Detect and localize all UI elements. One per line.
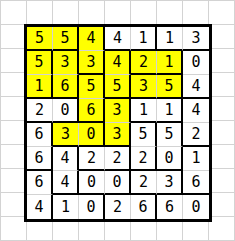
domino-puzzle-board: 5544113533421016553542063114630355264222… — [24, 24, 212, 222]
cell-r3c1[interactable]: 1 — [27, 75, 53, 99]
cell-r2c7[interactable]: 0 — [183, 51, 209, 75]
cell-r8c3[interactable]: 0 — [79, 195, 105, 219]
cell-r4c1[interactable]: 2 — [27, 99, 53, 123]
cell-r1c5[interactable]: 1 — [131, 27, 157, 51]
cell-r8c1[interactable]: 4 — [27, 195, 53, 219]
cell-r6c5[interactable]: 2 — [131, 147, 157, 171]
cell-r6c7[interactable]: 1 — [183, 147, 209, 171]
cell-r7c4[interactable]: 0 — [105, 171, 131, 195]
cell-r3c3[interactable]: 5 — [79, 75, 105, 99]
cell-r3c4[interactable]: 5 — [105, 75, 131, 99]
cell-r3c7[interactable]: 4 — [183, 75, 209, 99]
cell-r1c4[interactable]: 4 — [105, 27, 131, 51]
cell-r6c4[interactable]: 2 — [105, 147, 131, 171]
cell-r6c3[interactable]: 2 — [79, 147, 105, 171]
cell-r7c7[interactable]: 6 — [183, 171, 209, 195]
cell-r2c4[interactable]: 4 — [105, 51, 131, 75]
cell-r5c3[interactable]: 0 — [79, 123, 105, 147]
cell-r1c6[interactable]: 1 — [157, 27, 183, 51]
cell-r5c6[interactable]: 5 — [157, 123, 183, 147]
cell-r5c7[interactable]: 2 — [183, 123, 209, 147]
worksheet-background: 5544113533421016553542063114630355264222… — [0, 0, 235, 241]
cell-r2c3[interactable]: 3 — [79, 51, 105, 75]
cell-r6c6[interactable]: 0 — [157, 147, 183, 171]
cell-r7c2[interactable]: 4 — [53, 171, 79, 195]
cell-r2c1[interactable]: 5 — [27, 51, 53, 75]
cell-r8c5[interactable]: 6 — [131, 195, 157, 219]
cell-r8c7[interactable]: 0 — [183, 195, 209, 219]
cell-r7c6[interactable]: 3 — [157, 171, 183, 195]
cell-r1c7[interactable]: 3 — [183, 27, 209, 51]
cell-r1c2[interactable]: 5 — [53, 27, 79, 51]
cell-r4c7[interactable]: 4 — [183, 99, 209, 123]
cell-r2c6[interactable]: 1 — [157, 51, 183, 75]
cell-r8c4[interactable]: 2 — [105, 195, 131, 219]
cell-r8c6[interactable]: 6 — [157, 195, 183, 219]
cell-r7c1[interactable]: 6 — [27, 171, 53, 195]
cell-r1c3[interactable]: 4 — [79, 27, 105, 51]
cell-r7c5[interactable]: 2 — [131, 171, 157, 195]
cell-r3c5[interactable]: 3 — [131, 75, 157, 99]
cell-r1c1[interactable]: 5 — [27, 27, 53, 51]
cell-r2c2[interactable]: 3 — [53, 51, 79, 75]
cell-r5c1[interactable]: 6 — [27, 123, 53, 147]
cell-r4c6[interactable]: 1 — [157, 99, 183, 123]
cell-r6c1[interactable]: 6 — [27, 147, 53, 171]
cell-r4c4[interactable]: 3 — [105, 99, 131, 123]
cell-r3c6[interactable]: 5 — [157, 75, 183, 99]
cell-r5c5[interactable]: 5 — [131, 123, 157, 147]
cell-r2c5[interactable]: 2 — [131, 51, 157, 75]
cell-r6c2[interactable]: 4 — [53, 147, 79, 171]
cell-r3c2[interactable]: 6 — [53, 75, 79, 99]
cell-r4c5[interactable]: 1 — [131, 99, 157, 123]
cell-r4c3[interactable]: 6 — [79, 99, 105, 123]
cell-r8c2[interactable]: 1 — [53, 195, 79, 219]
cell-r4c2[interactable]: 0 — [53, 99, 79, 123]
cell-r5c4[interactable]: 3 — [105, 123, 131, 147]
cell-r5c2[interactable]: 3 — [53, 123, 79, 147]
cell-r7c3[interactable]: 0 — [79, 171, 105, 195]
